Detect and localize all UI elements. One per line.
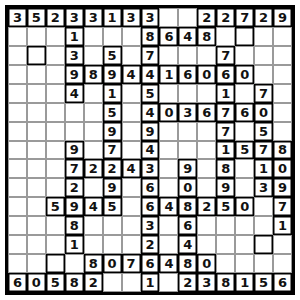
cell-r1c7[interactable]: 3 [122, 8, 141, 27]
cell-r14c12 [216, 254, 235, 273]
cell-r1c5[interactable]: 3 [84, 8, 103, 27]
cell-r12c1 [8, 216, 27, 235]
cell-r11c15[interactable]: 7 [273, 197, 292, 216]
cell-r10c1 [8, 178, 27, 197]
cell-r15c5[interactable]: 2 [84, 273, 103, 292]
cell-r9c15[interactable]: 0 [273, 159, 292, 178]
cell-r15c1[interactable]: 6 [8, 273, 27, 292]
cell-r1c4[interactable]: 3 [65, 8, 84, 27]
cell-r13c4[interactable]: 1 [65, 235, 84, 254]
cell-r6c10[interactable]: 3 [178, 103, 197, 122]
cell-r9c8[interactable]: 3 [141, 159, 160, 178]
cell-r1c9 [159, 8, 178, 27]
cell-r8c12[interactable]: 1 [216, 141, 235, 160]
cell-r1c11[interactable]: 2 [197, 8, 216, 27]
cell-r10c8[interactable]: 6 [141, 178, 160, 197]
cell-r10c15[interactable]: 9 [273, 178, 292, 197]
cell-r1c15[interactable]: 9 [273, 8, 292, 27]
cell-r9c11 [197, 159, 216, 178]
cell-r11c14 [254, 197, 273, 216]
cell-r3c12[interactable]: 7 [216, 46, 235, 65]
cell-r4c6[interactable]: 9 [103, 65, 122, 84]
cell-r9c10[interactable]: 9 [178, 159, 197, 178]
cell-r12c3 [46, 216, 65, 235]
cell-r1c6[interactable]: 1 [103, 8, 122, 27]
cell-r14c4 [65, 254, 84, 273]
cell-r14c6[interactable]: 0 [103, 254, 122, 273]
cell-r6c2 [27, 103, 46, 122]
cell-r1c2[interactable]: 5 [27, 8, 46, 27]
cell-r5c12[interactable]: 1 [216, 84, 235, 103]
cell-r13c13 [235, 235, 254, 254]
cell-r3c8[interactable]: 7 [141, 46, 160, 65]
cell-r4c11[interactable]: 0 [197, 65, 216, 84]
cell-r8c14[interactable]: 7 [254, 141, 273, 160]
cell-r13c6 [103, 235, 122, 254]
cell-r10c9 [159, 178, 178, 197]
cell-r11c7 [122, 197, 141, 216]
cell-r6c11[interactable]: 6 [197, 103, 216, 122]
cell-r2c14 [254, 27, 273, 46]
cell-r4c15 [273, 65, 292, 84]
cell-r13c14[interactable] [254, 235, 273, 254]
cell-r15c13[interactable]: 1 [235, 273, 254, 292]
cell-r13c15 [273, 235, 292, 254]
cell-r13c1 [8, 235, 27, 254]
cell-r3c1 [8, 46, 27, 65]
cell-r7c1 [8, 122, 27, 141]
cell-r13c9 [159, 235, 178, 254]
cell-r10c3 [46, 178, 65, 197]
cell-r12c8[interactable]: 3 [141, 216, 160, 235]
cell-r5c8[interactable]: 5 [141, 84, 160, 103]
cell-r12c14 [254, 216, 273, 235]
cell-r2c3 [46, 27, 65, 46]
cell-r1c14[interactable]: 2 [254, 8, 273, 27]
cell-r4c8[interactable]: 4 [141, 65, 160, 84]
cell-r11c4[interactable]: 9 [65, 197, 84, 216]
cell-r10c13 [235, 178, 254, 197]
cell-r15c11[interactable]: 3 [197, 273, 216, 292]
cell-r12c15[interactable]: 1 [273, 216, 292, 235]
cell-r7c7 [122, 122, 141, 141]
cell-r12c10[interactable]: 6 [178, 216, 197, 235]
cell-r7c8[interactable]: 9 [141, 122, 160, 141]
cell-r6c6[interactable]: 5 [103, 103, 122, 122]
cell-r14c2 [27, 254, 46, 273]
cell-r6c13[interactable]: 6 [235, 103, 254, 122]
cell-r11c12[interactable]: 5 [216, 197, 235, 216]
cell-r5c5 [84, 84, 103, 103]
cell-r2c13[interactable] [235, 27, 254, 46]
cell-r14c13 [235, 254, 254, 273]
cell-r11c6[interactable]: 5 [103, 197, 122, 216]
cell-r2c2 [27, 27, 46, 46]
cell-r6c5 [84, 103, 103, 122]
cell-r10c5 [84, 178, 103, 197]
cell-r13c5 [84, 235, 103, 254]
cell-r15c15[interactable]: 6 [273, 273, 292, 292]
cell-r3c2[interactable] [27, 46, 46, 65]
cell-r8c4[interactable]: 9 [65, 141, 84, 160]
cell-r9c13 [235, 159, 254, 178]
cell-r10c14[interactable]: 3 [254, 178, 273, 197]
cell-r13c7 [122, 235, 141, 254]
cell-r13c10[interactable]: 4 [178, 235, 197, 254]
cell-r14c7[interactable]: 7 [122, 254, 141, 273]
cell-r10c6[interactable]: 9 [103, 178, 122, 197]
cell-r10c2 [27, 178, 46, 197]
cell-r5c4[interactable]: 4 [65, 84, 84, 103]
cell-r6c12[interactable]: 7 [216, 103, 235, 122]
cell-r2c4[interactable]: 1 [65, 27, 84, 46]
cell-r9c14[interactable]: 1 [254, 159, 273, 178]
cell-r5c10 [178, 84, 197, 103]
cell-r3c5 [84, 46, 103, 65]
cell-r14c8[interactable]: 6 [141, 254, 160, 273]
cell-r3c3 [46, 46, 65, 65]
cell-r9c4[interactable]: 7 [65, 159, 84, 178]
cell-r13c11 [197, 235, 216, 254]
cell-r8c2 [27, 141, 46, 160]
cell-r5c7 [122, 84, 141, 103]
puzzle-page: 3523313322729186483577989441606041517540… [0, 0, 300, 300]
cell-r10c11 [197, 178, 216, 197]
cell-r8c5 [84, 141, 103, 160]
cell-r5c15 [273, 84, 292, 103]
cell-r11c10[interactable]: 8 [178, 197, 197, 216]
cell-r2c1 [8, 27, 27, 46]
cell-r1c13[interactable]: 7 [235, 8, 254, 27]
cell-r8c1 [8, 141, 27, 160]
cell-r9c6[interactable]: 2 [103, 159, 122, 178]
cell-r4c7[interactable]: 4 [122, 65, 141, 84]
cell-r6c9[interactable]: 0 [159, 103, 178, 122]
cell-r4c9[interactable]: 1 [159, 65, 178, 84]
cell-r12c4[interactable]: 8 [65, 216, 84, 235]
cell-r12c5 [84, 216, 103, 235]
cell-r10c12[interactable]: 9 [216, 178, 235, 197]
cell-r11c3[interactable]: 5 [46, 197, 65, 216]
puzzle-board-frame: 3523313322729186483577989441606041517540… [5, 5, 295, 295]
cell-r10c4[interactable]: 2 [65, 178, 84, 197]
cell-r4c5[interactable]: 8 [84, 65, 103, 84]
cell-r3c6[interactable]: 5 [103, 46, 122, 65]
cell-r2c11[interactable]: 8 [197, 27, 216, 46]
cell-r14c14 [254, 254, 273, 273]
cell-r2c8[interactable]: 8 [141, 27, 160, 46]
cell-r12c2 [27, 216, 46, 235]
cell-r11c11[interactable]: 2 [197, 197, 216, 216]
cell-r11c2 [27, 197, 46, 216]
cell-r15c3[interactable]: 5 [46, 273, 65, 292]
cell-r7c5 [84, 122, 103, 141]
cell-r4c12[interactable]: 6 [216, 65, 235, 84]
cell-r7c2 [27, 122, 46, 141]
cell-r3c4[interactable]: 3 [65, 46, 84, 65]
cell-r9c3 [46, 159, 65, 178]
cell-r7c11 [197, 122, 216, 141]
cell-r8c10 [178, 141, 197, 160]
cell-r2c7 [122, 27, 141, 46]
cell-r3c9 [159, 46, 178, 65]
cell-r7c14[interactable]: 5 [254, 122, 273, 141]
cell-r2c12 [216, 27, 235, 46]
cell-r3c14 [254, 46, 273, 65]
cell-r9c12[interactable]: 8 [216, 159, 235, 178]
cell-r6c4 [65, 103, 84, 122]
cell-r15c2[interactable]: 0 [27, 273, 46, 292]
cell-r15c7 [122, 273, 141, 292]
cell-r9c1 [8, 159, 27, 178]
cell-r7c6[interactable]: 9 [103, 122, 122, 141]
cell-r3c10 [178, 46, 197, 65]
cell-r8c3 [46, 141, 65, 160]
cell-r8c8[interactable]: 4 [141, 141, 160, 160]
cell-r5c11 [197, 84, 216, 103]
cell-r11c1 [8, 197, 27, 216]
cell-r3c7 [122, 46, 141, 65]
cell-r15c6 [103, 273, 122, 292]
cell-r11c5[interactable]: 4 [84, 197, 103, 216]
cell-r9c9 [159, 159, 178, 178]
cell-r15c10[interactable]: 2 [178, 273, 197, 292]
cell-r14c5[interactable]: 8 [84, 254, 103, 273]
cell-r12c9 [159, 216, 178, 235]
cell-r6c8[interactable]: 4 [141, 103, 160, 122]
cell-r9c5[interactable]: 2 [84, 159, 103, 178]
cell-r11c9[interactable]: 4 [159, 197, 178, 216]
cell-r15c12[interactable]: 8 [216, 273, 235, 292]
cell-r9c2 [27, 159, 46, 178]
cell-r12c12 [216, 216, 235, 235]
cell-r13c2 [27, 235, 46, 254]
cell-r4c4[interactable]: 9 [65, 65, 84, 84]
cell-r5c13 [235, 84, 254, 103]
cell-r3c11 [197, 46, 216, 65]
cell-r13c3 [46, 235, 65, 254]
cell-r6c15 [273, 103, 292, 122]
cell-r3c13 [235, 46, 254, 65]
cell-r14c1 [8, 254, 27, 273]
cell-r5c3 [46, 84, 65, 103]
cell-r4c3 [46, 65, 65, 84]
cell-r14c3[interactable] [46, 254, 65, 273]
cell-r8c13[interactable]: 5 [235, 141, 254, 160]
cell-r13c8[interactable]: 2 [141, 235, 160, 254]
cell-r8c11 [197, 141, 216, 160]
cell-r4c14 [254, 65, 273, 84]
cell-r5c2 [27, 84, 46, 103]
cell-r8c15[interactable]: 8 [273, 141, 292, 160]
cell-r2c10[interactable]: 4 [178, 27, 197, 46]
cell-r1c3[interactable]: 2 [46, 8, 65, 27]
cell-r1c12[interactable]: 2 [216, 8, 235, 27]
cell-r1c8[interactable]: 3 [141, 8, 160, 27]
cell-r1c1[interactable]: 3 [8, 8, 27, 27]
cell-r2c6 [103, 27, 122, 46]
cell-r5c6[interactable]: 1 [103, 84, 122, 103]
cell-r6c3 [46, 103, 65, 122]
cell-r15c8[interactable]: 1 [141, 273, 160, 292]
cell-r4c1 [8, 65, 27, 84]
cell-r1c10 [178, 8, 197, 27]
cell-r14c9[interactable]: 4 [159, 254, 178, 273]
cell-r7c13 [235, 122, 254, 141]
cell-r14c10[interactable]: 8 [178, 254, 197, 273]
cell-r4c13[interactable]: 0 [235, 65, 254, 84]
cell-r7c3 [46, 122, 65, 141]
cell-r3c15 [273, 46, 292, 65]
cell-r15c9 [159, 273, 178, 292]
cell-r12c13 [235, 216, 254, 235]
cell-r11c8[interactable]: 6 [141, 197, 160, 216]
cell-r2c15 [273, 27, 292, 46]
cell-r8c9 [159, 141, 178, 160]
cell-r4c10[interactable]: 6 [178, 65, 197, 84]
cell-r5c9 [159, 84, 178, 103]
cell-r6c1 [8, 103, 27, 122]
cell-r2c9[interactable]: 6 [159, 27, 178, 46]
cell-r7c10 [178, 122, 197, 141]
cell-r7c4 [65, 122, 84, 141]
cell-r6c7 [122, 103, 141, 122]
cell-r4c2 [27, 65, 46, 84]
cell-r12c7 [122, 216, 141, 235]
cell-r15c4[interactable]: 8 [65, 273, 84, 292]
cell-r15c14[interactable]: 5 [254, 273, 273, 292]
cell-r9c7[interactable]: 4 [122, 159, 141, 178]
cell-r7c9 [159, 122, 178, 141]
cell-r14c15 [273, 254, 292, 273]
cell-r11c13[interactable]: 0 [235, 197, 254, 216]
cell-r5c1 [8, 84, 27, 103]
cell-r10c7 [122, 178, 141, 197]
cell-r5c14[interactable]: 7 [254, 84, 273, 103]
cell-r8c7 [122, 141, 141, 160]
puzzle-board: 3523313322729186483577989441606041517540… [8, 8, 292, 292]
cell-r7c15 [273, 122, 292, 141]
cell-r12c11 [197, 216, 216, 235]
cell-r7c12[interactable]: 7 [216, 122, 235, 141]
cell-r8c6[interactable]: 7 [103, 141, 122, 160]
cell-r10c10[interactable]: 0 [178, 178, 197, 197]
cell-r14c11[interactable]: 0 [197, 254, 216, 273]
cell-r13c12 [216, 235, 235, 254]
cell-r2c5 [84, 27, 103, 46]
cell-r6c14[interactable]: 0 [254, 103, 273, 122]
cell-r12c6 [103, 216, 122, 235]
